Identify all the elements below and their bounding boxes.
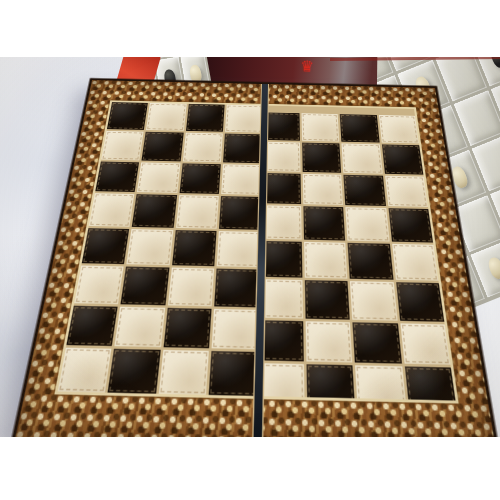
square-h3 bbox=[396, 282, 445, 321]
listing-page: ♛ bbox=[0, 0, 500, 500]
square-a6 bbox=[95, 161, 139, 192]
square-c7 bbox=[183, 132, 223, 161]
square-g5 bbox=[346, 207, 390, 241]
square-d7 bbox=[223, 133, 262, 162]
square-a5 bbox=[89, 193, 135, 226]
square-d1 bbox=[209, 351, 258, 396]
square-a3 bbox=[74, 265, 124, 303]
square-g3 bbox=[350, 281, 397, 320]
square-c5 bbox=[176, 195, 219, 228]
square-b5 bbox=[132, 194, 177, 227]
square-a7 bbox=[101, 131, 144, 160]
square-d8 bbox=[225, 105, 263, 133]
square-f1 bbox=[306, 365, 355, 401]
board-half-left bbox=[58, 102, 263, 396]
square-g7 bbox=[342, 143, 383, 173]
square-d2 bbox=[212, 308, 259, 349]
square-b2 bbox=[115, 306, 165, 347]
square-b8 bbox=[146, 103, 186, 131]
square-f3 bbox=[305, 280, 350, 319]
square-c3 bbox=[168, 267, 215, 305]
square-a2 bbox=[66, 305, 118, 346]
square-b3 bbox=[121, 266, 169, 304]
square-d6 bbox=[221, 164, 261, 195]
square-g4 bbox=[348, 243, 393, 280]
square-c1 bbox=[158, 350, 208, 395]
photo-frame: ♛ bbox=[0, 57, 500, 437]
square-a1 bbox=[58, 348, 112, 393]
square-c8 bbox=[186, 104, 225, 132]
square-d4 bbox=[217, 231, 260, 267]
square-c2 bbox=[163, 307, 211, 348]
square-f2 bbox=[305, 321, 352, 363]
square-d3 bbox=[214, 268, 259, 306]
square-g8 bbox=[340, 114, 379, 142]
square-g6 bbox=[344, 174, 386, 206]
square-a8 bbox=[107, 102, 148, 130]
square-f8 bbox=[301, 113, 339, 141]
chess-board bbox=[14, 80, 497, 437]
square-a4 bbox=[82, 228, 130, 264]
square-d5 bbox=[219, 196, 261, 229]
square-b4 bbox=[127, 229, 173, 265]
square-h7 bbox=[382, 144, 424, 174]
square-h6 bbox=[385, 175, 428, 207]
square-f4 bbox=[304, 242, 348, 279]
square-h1 bbox=[404, 367, 455, 401]
square-b7 bbox=[142, 132, 184, 161]
square-h8 bbox=[379, 115, 419, 143]
square-b1 bbox=[108, 349, 160, 394]
square-c4 bbox=[172, 230, 217, 266]
board-scene bbox=[0, 57, 500, 437]
square-c6 bbox=[179, 163, 221, 194]
square-f7 bbox=[302, 142, 341, 172]
square-f6 bbox=[303, 173, 344, 205]
square-f5 bbox=[303, 206, 345, 240]
square-h5 bbox=[388, 208, 433, 242]
square-g2 bbox=[353, 322, 402, 364]
square-g1 bbox=[355, 366, 406, 401]
square-b6 bbox=[137, 162, 180, 193]
board-half-right bbox=[256, 112, 455, 400]
square-h4 bbox=[392, 244, 439, 281]
square-h2 bbox=[400, 323, 451, 365]
